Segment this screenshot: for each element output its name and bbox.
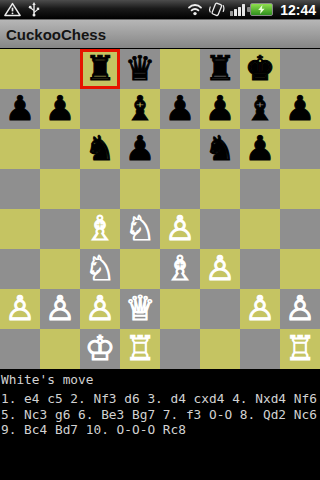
- square-a4[interactable]: [0, 209, 40, 249]
- square-g5[interactable]: [240, 169, 280, 209]
- square-c1[interactable]: ♔: [80, 329, 120, 369]
- white-rook: ♖: [285, 331, 315, 365]
- screen: 12:44 CuckooChess ♜♛♜♚♟♟♝♟♟♝♟♞♟♞♟♗♘♙♘♗♙♙…: [0, 0, 320, 480]
- black-knight: ♞: [205, 131, 235, 165]
- square-d4[interactable]: ♘: [120, 209, 160, 249]
- square-e2[interactable]: [160, 289, 200, 329]
- square-d2[interactable]: ♕: [120, 289, 160, 329]
- square-e6[interactable]: [160, 129, 200, 169]
- black-rook: ♜: [205, 51, 235, 85]
- square-f8[interactable]: ♜: [200, 49, 240, 89]
- move-list-line: 9. Bc4 Bd7 10. O-O-O Rc8: [1, 422, 319, 438]
- square-c8[interactable]: ♜: [80, 49, 120, 89]
- white-knight: ♘: [85, 251, 115, 285]
- square-g6[interactable]: ♟: [240, 129, 280, 169]
- black-bishop: ♝: [125, 91, 155, 125]
- square-b4[interactable]: [40, 209, 80, 249]
- black-pawn: ♟: [5, 91, 35, 125]
- black-bishop: ♝: [245, 91, 275, 125]
- black-pawn: ♟: [205, 91, 235, 125]
- signal-strength-icon: [230, 4, 245, 16]
- black-pawn: ♟: [285, 91, 315, 125]
- white-queen: ♕: [125, 291, 155, 325]
- title-bar: CuckooChess: [0, 19, 320, 48]
- status-bar-left: [4, 2, 40, 17]
- vibrate-icon: [208, 2, 225, 17]
- square-c4[interactable]: ♗: [80, 209, 120, 249]
- square-c2[interactable]: ♙: [80, 289, 120, 329]
- white-pawn: ♙: [245, 291, 275, 325]
- square-a8[interactable]: [0, 49, 40, 89]
- white-king: ♔: [85, 331, 115, 365]
- square-g7[interactable]: ♝: [240, 89, 280, 129]
- status-bar: 12:44: [0, 0, 320, 19]
- white-knight: ♘: [125, 211, 155, 245]
- black-pawn: ♟: [165, 91, 195, 125]
- square-f3[interactable]: ♙: [200, 249, 240, 289]
- square-g3[interactable]: [240, 249, 280, 289]
- square-f6[interactable]: ♞: [200, 129, 240, 169]
- square-d7[interactable]: ♝: [120, 89, 160, 129]
- usb-icon: [28, 2, 40, 17]
- status-time: 12:44: [280, 2, 316, 18]
- white-pawn: ♙: [45, 291, 75, 325]
- square-h3[interactable]: [280, 249, 320, 289]
- white-pawn: ♙: [285, 291, 315, 325]
- white-bishop: ♗: [165, 251, 195, 285]
- square-g1[interactable]: [240, 329, 280, 369]
- black-king: ♚: [245, 51, 275, 85]
- square-a5[interactable]: [0, 169, 40, 209]
- square-h2[interactable]: ♙: [280, 289, 320, 329]
- square-g2[interactable]: ♙: [240, 289, 280, 329]
- square-e4[interactable]: ♙: [160, 209, 200, 249]
- turn-status: White's move: [1, 372, 319, 388]
- square-c7[interactable]: [80, 89, 120, 129]
- black-knight: ♞: [85, 131, 115, 165]
- battery-charging-icon: [250, 3, 273, 16]
- move-list-line: 5. Nc3 g6 6. Be3 Bg7 7. f3 O-O 8. Qd2 Nc…: [1, 407, 319, 423]
- square-b5[interactable]: [40, 169, 80, 209]
- white-pawn: ♙: [165, 211, 195, 245]
- square-f4[interactable]: [200, 209, 240, 249]
- chess-board: ♜♛♜♚♟♟♝♟♟♝♟♞♟♞♟♗♘♙♘♗♙♙♙♙♕♙♙♔♖♖: [0, 48, 320, 369]
- square-e8[interactable]: [160, 49, 200, 89]
- white-pawn: ♙: [205, 251, 235, 285]
- square-e5[interactable]: [160, 169, 200, 209]
- square-h8[interactable]: [280, 49, 320, 89]
- square-d8[interactable]: ♛: [120, 49, 160, 89]
- status-bar-right: 12:44: [187, 2, 316, 18]
- square-g4[interactable]: [240, 209, 280, 249]
- square-b6[interactable]: [40, 129, 80, 169]
- black-queen: ♛: [125, 51, 155, 85]
- square-a3[interactable]: [0, 249, 40, 289]
- square-d5[interactable]: [120, 169, 160, 209]
- square-d3[interactable]: [120, 249, 160, 289]
- square-b2[interactable]: ♙: [40, 289, 80, 329]
- square-c5[interactable]: [80, 169, 120, 209]
- square-e7[interactable]: ♟: [160, 89, 200, 129]
- square-b1[interactable]: [40, 329, 80, 369]
- square-b7[interactable]: ♟: [40, 89, 80, 129]
- square-d6[interactable]: ♟: [120, 129, 160, 169]
- wifi-icon: [187, 3, 203, 16]
- square-f5[interactable]: [200, 169, 240, 209]
- square-b8[interactable]: [40, 49, 80, 89]
- square-a2[interactable]: ♙: [0, 289, 40, 329]
- white-pawn: ♙: [85, 291, 115, 325]
- black-pawn: ♟: [245, 131, 275, 165]
- move-list: 1. e4 c5 2. Nf3 d6 3. d4 cxd4 4. Nxd4 Nf…: [1, 391, 319, 438]
- app-title: CuckooChess: [6, 26, 106, 43]
- white-pawn: ♙: [5, 291, 35, 325]
- square-e1[interactable]: [160, 329, 200, 369]
- square-f7[interactable]: ♟: [200, 89, 240, 129]
- square-h4[interactable]: [280, 209, 320, 249]
- square-h7[interactable]: ♟: [280, 89, 320, 129]
- square-f2[interactable]: [200, 289, 240, 329]
- square-b3[interactable]: [40, 249, 80, 289]
- square-a6[interactable]: [0, 129, 40, 169]
- black-pawn: ♟: [45, 91, 75, 125]
- square-c6[interactable]: ♞: [80, 129, 120, 169]
- white-bishop: ♗: [85, 211, 115, 245]
- move-list-line: 1. e4 c5 2. Nf3 d6 3. d4 cxd4 4. Nxd4 Nf…: [1, 391, 319, 407]
- square-a1[interactable]: [0, 329, 40, 369]
- black-rook: ♜: [85, 51, 115, 85]
- square-c3[interactable]: ♘: [80, 249, 120, 289]
- square-a7[interactable]: ♟: [0, 89, 40, 129]
- charging-bolt-icon: [257, 5, 266, 14]
- square-d1[interactable]: ♖: [120, 329, 160, 369]
- square-h6[interactable]: [280, 129, 320, 169]
- square-g8[interactable]: ♚: [240, 49, 280, 89]
- square-h5[interactable]: [280, 169, 320, 209]
- square-h1[interactable]: ♖: [280, 329, 320, 369]
- white-rook: ♖: [125, 331, 155, 365]
- move-info-panel: White's move 1. e4 c5 2. Nf3 d6 3. d4 cx…: [0, 369, 320, 438]
- black-pawn: ♟: [125, 131, 155, 165]
- warning-icon: [4, 2, 21, 17]
- square-f1[interactable]: [200, 329, 240, 369]
- square-e3[interactable]: ♗: [160, 249, 200, 289]
